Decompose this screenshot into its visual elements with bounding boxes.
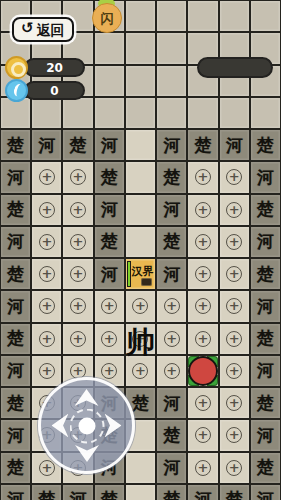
board-tile[interactable]: + bbox=[187, 452, 218, 484]
board-tile[interactable]: 河 bbox=[0, 226, 31, 258]
board-tile[interactable]: 楚 bbox=[156, 484, 187, 500]
board-tile[interactable]: + bbox=[62, 194, 93, 226]
board-tile[interactable]: 楚 bbox=[0, 258, 31, 290]
he-tile-label: 河 bbox=[163, 459, 180, 476]
board-tile[interactable]: + bbox=[187, 355, 218, 387]
plus-tile-icon: + bbox=[226, 395, 242, 411]
chu-tile-label: 楚 bbox=[7, 330, 24, 347]
plus-tile-icon: + bbox=[70, 234, 86, 250]
chu-tile-label: 楚 bbox=[163, 427, 180, 444]
board-tile[interactable]: 楚 bbox=[62, 129, 93, 161]
he-tile-label: 河 bbox=[7, 427, 24, 444]
board-tile[interactable]: + bbox=[31, 194, 62, 226]
board-tile[interactable]: + bbox=[219, 419, 250, 451]
plus-tile-icon: + bbox=[226, 234, 242, 250]
plus-tile-icon: + bbox=[132, 363, 148, 379]
board-tile[interactable]: 河 bbox=[250, 484, 281, 500]
board-tile[interactable]: + bbox=[156, 355, 187, 387]
enemy-disc-piece[interactable] bbox=[188, 356, 218, 386]
plus-tile-icon: + bbox=[39, 202, 55, 218]
board-tile[interactable]: 河 bbox=[31, 129, 62, 161]
board-tile[interactable]: + bbox=[62, 323, 93, 355]
board-tile[interactable]: 楚 bbox=[156, 226, 187, 258]
board-tile[interactable] bbox=[94, 65, 125, 97]
plus-tile-icon: + bbox=[70, 331, 86, 347]
plus-tile-icon: + bbox=[195, 169, 211, 185]
plus-tile-icon: + bbox=[101, 331, 117, 347]
board-tile[interactable] bbox=[31, 97, 62, 129]
plus-tile-icon: + bbox=[226, 266, 242, 282]
board-tile[interactable]: 楚 bbox=[187, 129, 218, 161]
joystick-knob[interactable] bbox=[78, 417, 95, 434]
hanjie-health-bar bbox=[127, 261, 131, 287]
board-tile[interactable]: + bbox=[31, 226, 62, 258]
board-tile[interactable] bbox=[125, 32, 156, 64]
chu-tile-label: 楚 bbox=[7, 137, 24, 154]
he-tile-label: 河 bbox=[101, 137, 118, 154]
board-tile[interactable]: + bbox=[219, 323, 250, 355]
back-button[interactable]: ↺ 返回 bbox=[12, 17, 74, 42]
board-tile[interactable]: 河 bbox=[250, 226, 281, 258]
joystick-up-arrow-icon[interactable] bbox=[75, 389, 99, 406]
board-tile[interactable]: 河 bbox=[250, 419, 281, 451]
plus-tile-icon: + bbox=[101, 298, 117, 314]
hanjie-tile-label: 汉界 bbox=[131, 266, 153, 277]
board-tile[interactable]: + bbox=[62, 258, 93, 290]
he-tile-label: 河 bbox=[101, 266, 118, 283]
board-tile[interactable]: + bbox=[94, 323, 125, 355]
board-tile[interactable]: + bbox=[31, 258, 62, 290]
plus-tile-icon: + bbox=[226, 331, 242, 347]
board-tile[interactable] bbox=[125, 194, 156, 226]
board-tile[interactable]: 楚 bbox=[250, 129, 281, 161]
plus-tile-icon: + bbox=[226, 460, 242, 476]
plus-tile-icon: + bbox=[39, 363, 55, 379]
board-tile[interactable] bbox=[125, 129, 156, 161]
coin-counter: 20 bbox=[24, 58, 85, 77]
board-tile[interactable]: 楚 bbox=[94, 226, 125, 258]
plus-tile-icon: + bbox=[39, 331, 55, 347]
he-tile-label: 河 bbox=[163, 395, 180, 412]
board-tile[interactable]: 河 bbox=[250, 290, 281, 322]
joystick-right-arrow-icon[interactable] bbox=[105, 414, 122, 438]
board-tile[interactable]: 河 bbox=[156, 387, 187, 419]
board-tile[interactable]: + bbox=[187, 387, 218, 419]
board-tile[interactable]: + bbox=[62, 161, 93, 193]
he-tile-label: 河 bbox=[7, 362, 24, 379]
board-tile[interactable]: 河 bbox=[250, 161, 281, 193]
board-tile[interactable]: + bbox=[219, 161, 250, 193]
plus-tile-icon: + bbox=[226, 298, 242, 314]
he-tile-label: 河 bbox=[194, 491, 211, 500]
he-tile-label: 河 bbox=[163, 266, 180, 283]
energy-icon bbox=[5, 79, 28, 102]
he-tile-label: 河 bbox=[226, 137, 243, 154]
board-tile[interactable]: + bbox=[219, 290, 250, 322]
board-tile[interactable]: + bbox=[31, 161, 62, 193]
board-tile[interactable]: + bbox=[187, 323, 218, 355]
board-tile[interactable]: 河 bbox=[94, 129, 125, 161]
board-tile[interactable]: 河 bbox=[219, 129, 250, 161]
board-tile[interactable]: +帅 bbox=[125, 323, 156, 355]
board-tile[interactable]: 河 bbox=[156, 452, 187, 484]
chu-tile-label: 楚 bbox=[101, 169, 118, 186]
chu-tile-label: 楚 bbox=[38, 491, 55, 500]
plus-tile-icon: + bbox=[195, 202, 211, 218]
plus-tile-icon: + bbox=[39, 234, 55, 250]
board-tile[interactable]: + bbox=[62, 290, 93, 322]
plus-tile-icon: + bbox=[39, 169, 55, 185]
plus-tile-icon: + bbox=[195, 298, 211, 314]
board-tile[interactable]: 楚 bbox=[0, 129, 31, 161]
joystick-left-arrow-icon[interactable] bbox=[52, 414, 69, 438]
plus-tile-icon: + bbox=[39, 266, 55, 282]
board-tile[interactable]: 楚 bbox=[0, 323, 31, 355]
board-tile[interactable]: + bbox=[187, 194, 218, 226]
board-tile[interactable]: 楚 bbox=[250, 452, 281, 484]
board-tile[interactable]: + bbox=[94, 290, 125, 322]
he-tile-label: 河 bbox=[101, 201, 118, 218]
chu-tile-label: 楚 bbox=[7, 266, 24, 283]
chu-tile-label: 楚 bbox=[101, 233, 118, 250]
board-tile[interactable]: + bbox=[31, 290, 62, 322]
board-tile[interactable]: 河 bbox=[0, 419, 31, 451]
chu-tile-label: 楚 bbox=[257, 395, 274, 412]
plus-tile-icon: + bbox=[195, 395, 211, 411]
chu-tile-label: 楚 bbox=[257, 201, 274, 218]
he-tile-label: 河 bbox=[70, 491, 87, 500]
chu-tile-label: 楚 bbox=[163, 169, 180, 186]
board-tile[interactable]: + bbox=[219, 452, 250, 484]
sprite-glyph: 闪 bbox=[101, 12, 114, 25]
chu-tile-label: 楚 bbox=[257, 459, 274, 476]
chu-tile-label: 楚 bbox=[7, 201, 24, 218]
board-tile[interactable]: + bbox=[187, 258, 218, 290]
board-tile[interactable] bbox=[156, 0, 187, 32]
chu-tile-label: 楚 bbox=[70, 137, 87, 154]
board-tile[interactable]: + bbox=[187, 290, 218, 322]
board-tile[interactable] bbox=[125, 484, 156, 500]
board-tile[interactable]: 楚 bbox=[250, 323, 281, 355]
coin-icon bbox=[5, 56, 28, 79]
board-tile[interactable]: + bbox=[219, 387, 250, 419]
plus-tile-icon: + bbox=[70, 298, 86, 314]
plus-tile-icon: + bbox=[195, 331, 211, 347]
board-tile[interactable] bbox=[156, 32, 187, 64]
board-tile[interactable]: 楚 bbox=[156, 161, 187, 193]
board-tile[interactable] bbox=[125, 97, 156, 129]
board-tile[interactable] bbox=[125, 0, 156, 32]
chu-tile-label: 楚 bbox=[132, 395, 149, 412]
sprout-sprite[interactable]: 闪 bbox=[91, 1, 122, 31]
plus-tile-icon: + bbox=[164, 298, 180, 314]
board-tile[interactable]: + bbox=[62, 226, 93, 258]
board-tile[interactable] bbox=[219, 0, 250, 32]
board-tile[interactable]: + bbox=[219, 226, 250, 258]
hanjie-badge bbox=[141, 278, 152, 286]
board-tile[interactable] bbox=[187, 0, 218, 32]
board-tile[interactable] bbox=[250, 0, 281, 32]
board-tile[interactable]: 楚 bbox=[0, 194, 31, 226]
board-tile[interactable] bbox=[125, 65, 156, 97]
he-tile-label: 河 bbox=[7, 233, 24, 250]
he-tile-label: 河 bbox=[163, 201, 180, 218]
board-tile[interactable] bbox=[94, 32, 125, 64]
sprout-body: 闪 bbox=[92, 3, 122, 33]
board-tile[interactable]: 河 bbox=[62, 484, 93, 500]
he-tile-label: 河 bbox=[257, 169, 274, 186]
joystick-down-arrow-icon[interactable] bbox=[75, 445, 99, 462]
chu-tile-label: 楚 bbox=[226, 491, 243, 500]
board-tile[interactable]: 楚 bbox=[0, 452, 31, 484]
board-tile[interactable]: 河 bbox=[0, 355, 31, 387]
chu-tile-label: 楚 bbox=[257, 137, 274, 154]
chu-tile-label: 楚 bbox=[7, 459, 24, 476]
plus-tile-icon: + bbox=[132, 298, 148, 314]
back-arrow-icon: ↺ bbox=[21, 21, 34, 36]
general-piece[interactable]: 帅 bbox=[126, 328, 155, 357]
virtual-joystick[interactable] bbox=[38, 377, 135, 474]
chu-tile-label: 楚 bbox=[163, 491, 180, 500]
he-tile-label: 河 bbox=[7, 491, 24, 500]
he-tile-label: 河 bbox=[7, 298, 24, 315]
board-tile[interactable] bbox=[125, 161, 156, 193]
board-tile[interactable]: + bbox=[219, 194, 250, 226]
boss-bar bbox=[197, 57, 273, 78]
board-tile[interactable]: 楚 bbox=[156, 419, 187, 451]
board-tile[interactable]: + bbox=[187, 226, 218, 258]
board-tile[interactable]: 河 bbox=[156, 129, 187, 161]
chu-tile-label: 楚 bbox=[163, 233, 180, 250]
board-tile[interactable]: 楚 bbox=[219, 484, 250, 500]
he-tile-label: 河 bbox=[38, 137, 55, 154]
board-tile[interactable]: + bbox=[187, 419, 218, 451]
he-tile-label: 河 bbox=[257, 298, 274, 315]
board-tile[interactable]: 河 bbox=[156, 194, 187, 226]
board-tile[interactable]: 河 bbox=[94, 258, 125, 290]
board-tile[interactable]: 河 bbox=[0, 290, 31, 322]
plus-tile-icon: + bbox=[39, 460, 55, 476]
board-tile[interactable]: 楚 bbox=[31, 484, 62, 500]
board-tile[interactable]: + bbox=[219, 355, 250, 387]
plus-tile-icon: + bbox=[70, 202, 86, 218]
plus-tile-icon: + bbox=[226, 169, 242, 185]
board-tile[interactable]: 楚 bbox=[0, 387, 31, 419]
board-tile[interactable]: 河 bbox=[187, 484, 218, 500]
board-tile[interactable]: + bbox=[219, 258, 250, 290]
he-tile-label: 河 bbox=[257, 427, 274, 444]
board-tile[interactable] bbox=[94, 97, 125, 129]
chu-tile-label: 楚 bbox=[257, 330, 274, 347]
he-tile-label: 河 bbox=[163, 137, 180, 154]
plus-tile-icon: + bbox=[195, 266, 211, 282]
board-tile[interactable] bbox=[156, 65, 187, 97]
he-tile-label: 河 bbox=[257, 491, 274, 500]
board-tile[interactable] bbox=[250, 97, 281, 129]
game-screen: 楚河楚河河楚河楚河++楚楚++河楚++河河++楚河++楚楚++河楚++河汉界河+… bbox=[0, 0, 281, 500]
board-tile[interactable]: 河 bbox=[0, 484, 31, 500]
board-tile[interactable]: 河 bbox=[94, 194, 125, 226]
chu-tile-label: 楚 bbox=[194, 137, 211, 154]
he-tile-label: 河 bbox=[7, 169, 24, 186]
board-tile[interactable]: + bbox=[125, 355, 156, 387]
board-tile[interactable]: 楚 bbox=[250, 194, 281, 226]
he-tile-label: 河 bbox=[257, 362, 274, 379]
board-tile[interactable] bbox=[187, 97, 218, 129]
board-tile[interactable] bbox=[125, 226, 156, 258]
board-tile[interactable]: + bbox=[31, 355, 62, 387]
energy-counter: 0 bbox=[24, 81, 85, 100]
chu-tile-label: 楚 bbox=[101, 491, 118, 500]
board-tile[interactable]: 河 bbox=[250, 355, 281, 387]
board-tile[interactable]: 楚 bbox=[94, 161, 125, 193]
board-tile[interactable] bbox=[156, 97, 187, 129]
board-tile[interactable]: 楚 bbox=[250, 258, 281, 290]
board-tile[interactable]: 楚 bbox=[94, 484, 125, 500]
board-tile[interactable] bbox=[62, 97, 93, 129]
plus-tile-icon: + bbox=[39, 298, 55, 314]
board-tile[interactable]: 河 bbox=[0, 161, 31, 193]
plus-tile-icon: + bbox=[70, 169, 86, 185]
plus-tile-icon: + bbox=[226, 427, 242, 443]
board-tile[interactable]: 汉界 bbox=[125, 258, 156, 290]
plus-tile-icon: + bbox=[164, 331, 180, 347]
chu-tile-label: 楚 bbox=[257, 266, 274, 283]
plus-tile-icon: + bbox=[195, 460, 211, 476]
board-tile[interactable]: + bbox=[31, 323, 62, 355]
board-tile[interactable]: + bbox=[187, 161, 218, 193]
plus-tile-icon: + bbox=[195, 427, 211, 443]
board-tile[interactable]: + bbox=[156, 290, 187, 322]
board-tile[interactable]: 河 bbox=[156, 258, 187, 290]
board-tile[interactable]: + bbox=[156, 323, 187, 355]
plus-tile-icon: + bbox=[226, 202, 242, 218]
board-tile[interactable] bbox=[219, 97, 250, 129]
plus-tile-icon: + bbox=[226, 363, 242, 379]
chu-tile-label: 楚 bbox=[7, 395, 24, 412]
board-tile[interactable]: + bbox=[125, 290, 156, 322]
he-tile-label: 河 bbox=[257, 233, 274, 250]
plus-tile-icon: + bbox=[164, 363, 180, 379]
board-tile[interactable] bbox=[125, 452, 156, 484]
plus-tile-icon: + bbox=[195, 234, 211, 250]
back-button-label: 返回 bbox=[37, 23, 65, 37]
plus-tile-icon: + bbox=[70, 266, 86, 282]
plus-tile-icon: + bbox=[101, 363, 117, 379]
board-tile[interactable]: 楚 bbox=[250, 387, 281, 419]
